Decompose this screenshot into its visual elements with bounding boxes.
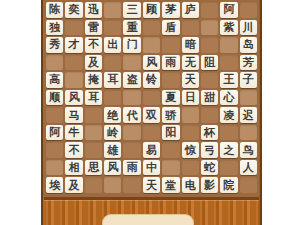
empty-cell — [65, 72, 82, 88]
letter-tile[interactable]: 不 — [85, 37, 102, 53]
letter-tile[interactable]: 人 — [240, 160, 257, 176]
empty-cell — [46, 160, 63, 176]
letter-tile[interactable]: 岛 — [240, 37, 257, 53]
letter-tile[interactable]: 盾 — [162, 20, 179, 36]
empty-cell — [85, 107, 102, 123]
letter-tile[interactable]: 独 — [46, 20, 63, 36]
puzzle-board: 陈奕迅三顾茅庐阿独雷重盾紫川秀才不出门暗岛及风雨无阻芳高掩耳盗铃天王子顺风耳夏日… — [44, 0, 259, 200]
letter-tile[interactable]: 雨 — [123, 160, 140, 176]
letter-tile[interactable]: 甜 — [201, 90, 218, 106]
empty-cell — [123, 142, 140, 158]
empty-cell — [182, 107, 199, 123]
empty-cell — [85, 177, 102, 193]
empty-cell — [182, 125, 199, 141]
empty-cell — [220, 125, 237, 141]
letter-tile[interactable]: 芳 — [240, 55, 257, 71]
letter-tile[interactable]: 出 — [104, 37, 121, 53]
letter-tile[interactable]: 风 — [65, 90, 82, 106]
screenshot-stage: 陈奕迅三顾茅庐阿独雷重盾紫川秀才不出门暗岛及风雨无阻芳高掩耳盗铃天王子顺风耳夏日… — [0, 0, 300, 225]
letter-tile[interactable]: 日 — [182, 90, 199, 106]
empty-cell — [162, 37, 179, 53]
letter-tile[interactable]: 迟 — [240, 107, 257, 123]
empty-cell — [104, 90, 121, 106]
letter-tile[interactable]: 风 — [143, 55, 160, 71]
empty-cell — [220, 55, 237, 71]
empty-cell — [162, 72, 179, 88]
letter-tile[interactable]: 之 — [220, 142, 237, 158]
letter-tile[interactable]: 盗 — [123, 72, 140, 88]
empty-cell — [201, 20, 218, 36]
letter-tile[interactable]: 门 — [123, 37, 140, 53]
letter-tile[interactable]: 埃 — [46, 177, 63, 193]
empty-cell — [46, 107, 63, 123]
letter-tile[interactable]: 相 — [65, 160, 82, 176]
letter-tile[interactable]: 惊 — [182, 142, 199, 158]
empty-cell — [182, 20, 199, 36]
letter-tile[interactable]: 思 — [85, 160, 102, 176]
letter-tile[interactable]: 及 — [65, 177, 82, 193]
letter-tile[interactable]: 杯 — [201, 125, 218, 141]
letter-tile[interactable]: 天 — [143, 177, 160, 193]
empty-cell — [104, 55, 121, 71]
letter-tile[interactable]: 川 — [240, 20, 257, 36]
empty-cell — [123, 125, 140, 141]
letter-tile[interactable]: 顺 — [46, 90, 63, 106]
letter-tile[interactable]: 庐 — [182, 2, 199, 18]
empty-cell — [104, 20, 121, 36]
empty-cell — [104, 177, 121, 193]
letter-tile[interactable]: 夏 — [162, 90, 179, 106]
empty-cell — [65, 55, 82, 71]
letter-tile[interactable]: 子 — [240, 72, 257, 88]
letter-tile[interactable]: 阿 — [46, 125, 63, 141]
letter-tile[interactable]: 才 — [65, 37, 82, 53]
letter-tile[interactable]: 三 — [123, 2, 140, 18]
letter-tile[interactable]: 心 — [220, 90, 237, 106]
empty-cell — [143, 20, 160, 36]
letter-tile[interactable]: 院 — [220, 177, 237, 193]
letter-tile[interactable]: 雄 — [104, 142, 121, 158]
empty-cell — [220, 37, 237, 53]
letter-tile[interactable]: 及 — [85, 55, 102, 71]
letter-tile[interactable]: 掩 — [85, 72, 102, 88]
empty-cell — [104, 2, 121, 18]
empty-cell — [240, 2, 257, 18]
letter-tile[interactable]: 风 — [104, 160, 121, 176]
letter-tile[interactable]: 影 — [201, 177, 218, 193]
empty-cell — [240, 90, 257, 106]
letter-tile[interactable]: 天 — [182, 72, 199, 88]
empty-cell — [46, 55, 63, 71]
letter-tile[interactable]: 阳 — [162, 125, 179, 141]
letter-tile[interactable]: 中 — [143, 160, 160, 176]
letter-tile[interactable]: 雷 — [85, 20, 102, 36]
letter-tile[interactable]: 马 — [65, 107, 82, 123]
letter-tile[interactable]: 铃 — [143, 72, 160, 88]
empty-cell — [240, 177, 257, 193]
empty-cell — [201, 37, 218, 53]
empty-cell — [143, 125, 160, 141]
letter-tile[interactable]: 耳 — [85, 90, 102, 106]
empty-cell — [143, 90, 160, 106]
empty-cell — [201, 2, 218, 18]
letter-tile[interactable]: 不 — [65, 142, 82, 158]
empty-cell — [240, 125, 257, 141]
empty-cell — [123, 55, 140, 71]
empty-cell — [123, 90, 140, 106]
letter-tile[interactable]: 岭 — [104, 125, 121, 141]
empty-cell — [85, 125, 102, 141]
empty-cell — [123, 177, 140, 193]
letter-tile[interactable]: 易 — [143, 142, 160, 158]
letter-tile[interactable]: 代 — [123, 107, 140, 123]
tile-tray[interactable] — [102, 214, 194, 225]
letter-tile[interactable]: 耳 — [104, 72, 121, 88]
letter-tile[interactable]: 陈 — [46, 2, 63, 18]
empty-cell — [85, 142, 102, 158]
letter-tile[interactable]: 王 — [220, 72, 237, 88]
letter-tile[interactable]: 牛 — [65, 125, 82, 141]
letter-tile[interactable]: 顾 — [143, 2, 160, 18]
letter-tile[interactable]: 阻 — [201, 55, 218, 71]
letter-tile[interactable]: 秀 — [46, 37, 63, 53]
letter-tile[interactable]: 茅 — [162, 2, 179, 18]
letter-tile[interactable]: 骄 — [162, 107, 179, 123]
letter-tile[interactable]: 凌 — [220, 107, 237, 123]
letter-tile[interactable]: 弓 — [201, 142, 218, 158]
letter-tile[interactable]: 无 — [182, 55, 199, 71]
letter-tile[interactable]: 紫 — [220, 20, 237, 36]
empty-cell — [201, 72, 218, 88]
letter-tile[interactable]: 暗 — [182, 37, 199, 53]
puzzle-board-grid: 陈奕迅三顾茅庐阿独雷重盾紫川秀才不出门暗岛及风雨无阻芳高掩耳盗铃天王子顺风耳夏日… — [44, 0, 259, 195]
empty-cell — [65, 20, 82, 36]
letter-tile[interactable]: 奕 — [65, 2, 82, 18]
letter-tile[interactable]: 蛇 — [201, 160, 218, 176]
letter-tile[interactable]: 迅 — [85, 2, 102, 18]
empty-cell — [182, 160, 199, 176]
letter-tile[interactable]: 堂 — [162, 177, 179, 193]
letter-tile[interactable]: 阿 — [220, 2, 237, 18]
empty-cell — [220, 160, 237, 176]
letter-tile[interactable]: 鸟 — [240, 142, 257, 158]
wooden-background: 陈奕迅三顾茅庐阿独雷重盾紫川秀才不出门暗岛及风雨无阻芳高掩耳盗铃天王子顺风耳夏日… — [41, 0, 262, 225]
letter-tile[interactable]: 重 — [123, 20, 140, 36]
letter-tile[interactable]: 高 — [46, 72, 63, 88]
letter-tile[interactable]: 雨 — [162, 55, 179, 71]
empty-cell — [162, 142, 179, 158]
letter-tile[interactable]: 双 — [143, 107, 160, 123]
letter-tile[interactable]: 绝 — [104, 107, 121, 123]
empty-cell — [201, 107, 218, 123]
letter-tile[interactable]: 电 — [182, 177, 199, 193]
empty-cell — [46, 142, 63, 158]
empty-cell — [162, 160, 179, 176]
empty-cell — [143, 37, 160, 53]
